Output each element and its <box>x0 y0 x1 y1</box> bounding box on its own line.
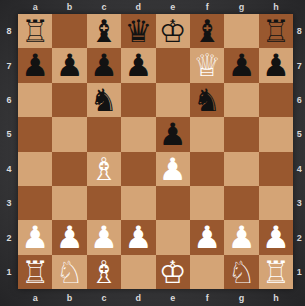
square-b7[interactable]: ♟ <box>52 48 86 82</box>
file-label-b: b <box>52 0 86 14</box>
file-labels-top: abcdefgh <box>18 0 293 14</box>
square-e2[interactable] <box>156 220 190 254</box>
square-a5[interactable] <box>18 117 52 151</box>
square-h3[interactable] <box>259 186 293 220</box>
piece-white-pawn-e4[interactable]: ♟ <box>156 152 190 186</box>
piece-black-knight-c6[interactable]: ♞ <box>87 83 121 117</box>
piece-black-pawn-c7[interactable]: ♟ <box>87 48 121 82</box>
square-e8[interactable]: ♔ <box>156 14 190 48</box>
square-g5[interactable] <box>224 117 258 151</box>
piece-white-rook-h1[interactable]: ♖ <box>259 255 293 289</box>
piece-white-knight-g1[interactable]: ♘ <box>224 255 258 289</box>
square-b5[interactable] <box>52 117 86 151</box>
piece-black-pawn-a7[interactable]: ♟ <box>18 48 52 82</box>
square-d7[interactable]: ♟ <box>121 48 155 82</box>
rank-label-7: 7 <box>293 48 305 82</box>
piece-white-bishop-c4[interactable]: ♗ <box>87 152 121 186</box>
square-h1[interactable]: ♖ <box>259 255 293 289</box>
piece-black-bishop-c8[interactable]: ♝ <box>87 14 121 48</box>
rank-label-1: 1 <box>293 255 305 289</box>
square-d5[interactable] <box>121 117 155 151</box>
square-a6[interactable] <box>18 83 52 117</box>
square-f7[interactable]: ♕ <box>190 48 224 82</box>
square-e7[interactable] <box>156 48 190 82</box>
square-c8[interactable]: ♝ <box>87 14 121 48</box>
square-h8[interactable]: ♖ <box>259 14 293 48</box>
file-labels-bottom: abcdefgh <box>18 289 293 306</box>
file-label-d: d <box>121 0 155 14</box>
square-a7[interactable]: ♟ <box>18 48 52 82</box>
file-label-a: a <box>18 0 52 14</box>
piece-white-pawn-c2[interactable]: ♟ <box>87 220 121 254</box>
piece-white-pawn-a2[interactable]: ♟ <box>18 220 52 254</box>
file-label-e: e <box>156 0 190 14</box>
rank-label-2: 2 <box>0 220 18 254</box>
square-h4[interactable] <box>259 152 293 186</box>
square-c2[interactable]: ♟ <box>87 220 121 254</box>
rank-label-3: 3 <box>0 186 18 220</box>
square-b6[interactable] <box>52 83 86 117</box>
file-label-b: b <box>52 289 86 306</box>
chess-app-frame: abcdefgh abcdefgh 87654321 87654321 ♖♝♛♔… <box>0 0 305 306</box>
rank-label-6: 6 <box>0 83 18 117</box>
piece-black-pawn-d7[interactable]: ♟ <box>121 48 155 82</box>
file-label-e: e <box>156 289 190 306</box>
file-label-f: f <box>190 0 224 14</box>
square-d4[interactable] <box>121 152 155 186</box>
square-g6[interactable] <box>224 83 258 117</box>
square-a4[interactable] <box>18 152 52 186</box>
piece-white-rook-a1[interactable]: ♖ <box>18 255 52 289</box>
piece-black-pawn-e5[interactable]: ♟ <box>156 117 190 151</box>
rank-label-5: 5 <box>293 117 305 151</box>
piece-black-rook-a8[interactable]: ♖ <box>18 14 52 48</box>
square-d2[interactable]: ♟ <box>121 220 155 254</box>
piece-black-king-e8[interactable]: ♔ <box>156 14 190 48</box>
piece-black-pawn-g7[interactable]: ♟ <box>224 48 258 82</box>
piece-white-queen-f7[interactable]: ♕ <box>190 48 224 82</box>
piece-black-knight-f6[interactable]: ♞ <box>190 83 224 117</box>
file-label-c: c <box>87 0 121 14</box>
rank-label-5: 5 <box>0 117 18 151</box>
square-g1[interactable]: ♘ <box>224 255 258 289</box>
square-d3[interactable] <box>121 186 155 220</box>
rank-label-2: 2 <box>293 220 305 254</box>
square-b8[interactable] <box>52 14 86 48</box>
square-c4[interactable]: ♗ <box>87 152 121 186</box>
file-label-h: h <box>259 289 293 306</box>
rank-label-8: 8 <box>293 14 305 48</box>
rank-label-7: 7 <box>0 48 18 82</box>
square-e6[interactable] <box>156 83 190 117</box>
square-c5[interactable] <box>87 117 121 151</box>
square-h7[interactable]: ♟ <box>259 48 293 82</box>
file-label-a: a <box>18 289 52 306</box>
square-b4[interactable] <box>52 152 86 186</box>
square-e3[interactable] <box>156 186 190 220</box>
square-a8[interactable]: ♖ <box>18 14 52 48</box>
square-a1[interactable]: ♖ <box>18 255 52 289</box>
rank-label-6: 6 <box>293 83 305 117</box>
file-label-g: g <box>224 289 258 306</box>
square-f6[interactable]: ♞ <box>190 83 224 117</box>
square-g3[interactable] <box>224 186 258 220</box>
file-label-g: g <box>224 0 258 14</box>
square-c6[interactable]: ♞ <box>87 83 121 117</box>
square-d1[interactable] <box>121 255 155 289</box>
file-label-f: f <box>190 289 224 306</box>
rank-label-4: 4 <box>293 152 305 186</box>
square-g8[interactable] <box>224 14 258 48</box>
square-e1[interactable]: ♔ <box>156 255 190 289</box>
square-e4[interactable]: ♟ <box>156 152 190 186</box>
file-label-d: d <box>121 289 155 306</box>
square-a2[interactable]: ♟ <box>18 220 52 254</box>
square-c7[interactable]: ♟ <box>87 48 121 82</box>
rank-label-1: 1 <box>0 255 18 289</box>
piece-white-pawn-d2[interactable]: ♟ <box>121 220 155 254</box>
piece-white-pawn-g2[interactable]: ♟ <box>224 220 258 254</box>
piece-white-knight-b1[interactable]: ♘ <box>52 255 86 289</box>
square-h5[interactable] <box>259 117 293 151</box>
piece-black-rook-h8[interactable]: ♖ <box>259 14 293 48</box>
square-g4[interactable] <box>224 152 258 186</box>
square-g7[interactable]: ♟ <box>224 48 258 82</box>
piece-black-bishop-f8[interactable]: ♝ <box>190 14 224 48</box>
rank-labels-left: 87654321 <box>0 14 18 289</box>
rank-labels-right: 87654321 <box>293 14 305 289</box>
square-c1[interactable]: ♗ <box>87 255 121 289</box>
square-b1[interactable]: ♘ <box>52 255 86 289</box>
square-e5[interactable]: ♟ <box>156 117 190 151</box>
square-b2[interactable]: ♟ <box>52 220 86 254</box>
rank-label-8: 8 <box>0 14 18 48</box>
square-h6[interactable] <box>259 83 293 117</box>
piece-white-pawn-f2[interactable]: ♟ <box>190 220 224 254</box>
square-c3[interactable] <box>87 186 121 220</box>
square-h2[interactable]: ♟ <box>259 220 293 254</box>
piece-white-pawn-b2[interactable]: ♟ <box>52 220 86 254</box>
file-label-h: h <box>259 0 293 14</box>
rank-label-3: 3 <box>293 186 305 220</box>
square-g2[interactable]: ♟ <box>224 220 258 254</box>
square-d6[interactable] <box>121 83 155 117</box>
piece-black-pawn-b7[interactable]: ♟ <box>52 48 86 82</box>
square-d8[interactable]: ♛ <box>121 14 155 48</box>
piece-white-pawn-h2[interactable]: ♟ <box>259 220 293 254</box>
square-f4[interactable] <box>190 152 224 186</box>
square-f2[interactable]: ♟ <box>190 220 224 254</box>
piece-black-queen-d8[interactable]: ♛ <box>121 14 155 48</box>
square-f3[interactable] <box>190 186 224 220</box>
square-a3[interactable] <box>18 186 52 220</box>
piece-white-bishop-c1[interactable]: ♗ <box>87 255 121 289</box>
square-f5[interactable] <box>190 117 224 151</box>
piece-black-pawn-h7[interactable]: ♟ <box>259 48 293 82</box>
square-f1[interactable] <box>190 255 224 289</box>
piece-white-king-e1[interactable]: ♔ <box>156 255 190 289</box>
square-b3[interactable] <box>52 186 86 220</box>
square-f8[interactable]: ♝ <box>190 14 224 48</box>
file-label-c: c <box>87 289 121 306</box>
chess-board[interactable]: ♖♝♛♔♝♖♟♟♟♟♕♟♟♞♞♟♗♟♟♟♟♟♟♟♟♖♘♗♔♘♖ <box>18 14 293 289</box>
rank-label-4: 4 <box>0 152 18 186</box>
